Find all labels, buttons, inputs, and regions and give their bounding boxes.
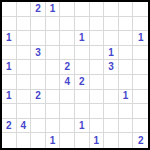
cell[interactable] xyxy=(17,60,32,75)
cell: 3 xyxy=(104,60,119,75)
cell[interactable] xyxy=(17,46,32,61)
cell[interactable] xyxy=(46,31,61,46)
clue-number: 2 xyxy=(35,91,41,101)
clue-number: 2 xyxy=(35,4,41,14)
cell[interactable] xyxy=(60,90,75,105)
cell[interactable] xyxy=(133,46,148,61)
clue-number: 2 xyxy=(64,62,70,72)
cell[interactable] xyxy=(17,133,32,148)
clue-number: 1 xyxy=(108,48,114,58)
cell[interactable] xyxy=(104,31,119,46)
cell[interactable] xyxy=(104,90,119,105)
cell: 1 xyxy=(46,133,61,148)
cell[interactable] xyxy=(31,104,46,119)
cell[interactable] xyxy=(46,90,61,105)
clue-number: 1 xyxy=(6,33,12,43)
cell[interactable] xyxy=(46,60,61,75)
cell[interactable] xyxy=(31,31,46,46)
cell: 1 xyxy=(75,119,90,134)
cell: 4 xyxy=(17,119,32,134)
cell[interactable] xyxy=(90,17,105,32)
cell[interactable] xyxy=(2,17,17,32)
cell[interactable] xyxy=(90,119,105,134)
cell: 1 xyxy=(90,133,105,148)
cell[interactable] xyxy=(104,2,119,17)
clue-number: 4 xyxy=(64,77,70,87)
cell[interactable] xyxy=(133,60,148,75)
cell[interactable] xyxy=(31,60,46,75)
cell: 1 xyxy=(2,31,17,46)
cell[interactable] xyxy=(119,104,134,119)
cell[interactable] xyxy=(75,2,90,17)
cell: 2 xyxy=(2,119,17,134)
cell[interactable] xyxy=(104,104,119,119)
cell[interactable] xyxy=(90,60,105,75)
cell: 1 xyxy=(2,90,17,105)
cell: 2 xyxy=(75,75,90,90)
cell[interactable] xyxy=(104,75,119,90)
cell[interactable] xyxy=(133,90,148,105)
cell[interactable] xyxy=(60,133,75,148)
clue-number: 3 xyxy=(35,48,41,58)
clue-number: 2 xyxy=(138,136,144,146)
clue-number: 1 xyxy=(123,91,129,101)
cell[interactable] xyxy=(133,75,148,90)
clue-number: 1 xyxy=(79,33,85,43)
cell[interactable] xyxy=(17,75,32,90)
clue-number: 4 xyxy=(21,121,27,131)
cell[interactable] xyxy=(2,104,17,119)
cell: 4 xyxy=(60,75,75,90)
cell[interactable] xyxy=(46,119,61,134)
cell[interactable] xyxy=(31,119,46,134)
cell: 1 xyxy=(104,46,119,61)
cell[interactable] xyxy=(17,104,32,119)
cell[interactable] xyxy=(60,17,75,32)
cell[interactable] xyxy=(46,104,61,119)
cell: 2 xyxy=(133,133,148,148)
cell[interactable] xyxy=(60,119,75,134)
cell[interactable] xyxy=(133,104,148,119)
cell: 1 xyxy=(75,31,90,46)
cell[interactable] xyxy=(31,133,46,148)
cell: 2 xyxy=(31,90,46,105)
cell: 2 xyxy=(60,60,75,75)
clue-number: 1 xyxy=(6,62,12,72)
cell[interactable] xyxy=(75,17,90,32)
cell[interactable] xyxy=(75,104,90,119)
cell[interactable] xyxy=(46,75,61,90)
cell: 1 xyxy=(46,2,61,17)
cell[interactable] xyxy=(90,31,105,46)
cell[interactable] xyxy=(17,2,32,17)
cell[interactable] xyxy=(90,90,105,105)
cell[interactable] xyxy=(31,17,46,32)
cell[interactable] xyxy=(90,2,105,17)
cell[interactable] xyxy=(60,104,75,119)
cell[interactable] xyxy=(2,75,17,90)
cell[interactable] xyxy=(104,17,119,32)
cell[interactable] xyxy=(104,119,119,134)
cell[interactable] xyxy=(75,46,90,61)
cell: 3 xyxy=(31,46,46,61)
cell[interactable] xyxy=(60,31,75,46)
cell[interactable] xyxy=(104,133,119,148)
cell[interactable] xyxy=(75,133,90,148)
cell[interactable] xyxy=(119,133,134,148)
cell: 1 xyxy=(2,60,17,75)
cell[interactable] xyxy=(133,119,148,134)
clue-number: 1 xyxy=(50,4,56,14)
cell[interactable] xyxy=(133,2,148,17)
cell: 2 xyxy=(31,2,46,17)
clue-number: 1 xyxy=(50,136,56,146)
cell: 1 xyxy=(133,31,148,46)
clue-number: 1 xyxy=(138,33,144,43)
cell[interactable] xyxy=(119,17,134,32)
cell[interactable] xyxy=(2,133,17,148)
clue-number: 1 xyxy=(6,91,12,101)
clue-number: 2 xyxy=(6,121,12,131)
cell[interactable] xyxy=(119,31,134,46)
cell[interactable] xyxy=(133,17,148,32)
clue-number: 1 xyxy=(79,121,85,131)
cell: 1 xyxy=(119,90,134,105)
cell[interactable] xyxy=(119,75,134,90)
cell[interactable] xyxy=(17,31,32,46)
cell[interactable] xyxy=(2,2,17,17)
cell[interactable] xyxy=(75,60,90,75)
cell[interactable] xyxy=(119,46,134,61)
cell[interactable] xyxy=(90,75,105,90)
cell[interactable] xyxy=(119,119,134,134)
cell[interactable] xyxy=(75,90,90,105)
cell[interactable] xyxy=(17,90,32,105)
cell[interactable] xyxy=(90,104,105,119)
clue-number: 1 xyxy=(94,136,100,146)
cell[interactable] xyxy=(46,46,61,61)
puzzle-grid: 211113112342121241112 xyxy=(0,0,150,150)
cell[interactable] xyxy=(119,60,134,75)
cell[interactable] xyxy=(31,75,46,90)
cell[interactable] xyxy=(2,46,17,61)
cell[interactable] xyxy=(60,2,75,17)
cell[interactable] xyxy=(60,46,75,61)
cell[interactable] xyxy=(90,46,105,61)
cell[interactable] xyxy=(119,2,134,17)
cell[interactable] xyxy=(46,17,61,32)
clue-number: 2 xyxy=(79,77,85,87)
cell[interactable] xyxy=(17,17,32,32)
clue-number: 3 xyxy=(108,62,114,72)
